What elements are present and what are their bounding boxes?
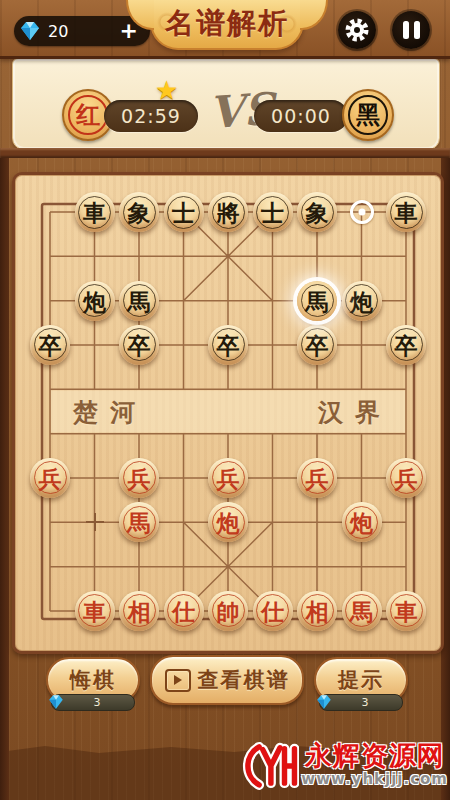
- piece-glyph: 將: [217, 200, 240, 224]
- piece-glyph: 帥: [217, 599, 240, 623]
- piece-glyph: 馬: [128, 289, 151, 313]
- piece-glyph: 相: [128, 599, 151, 623]
- piece-black[interactable]: 馬: [119, 281, 159, 321]
- piece-glyph: 炮: [350, 510, 373, 534]
- undo-count: 3: [94, 696, 101, 709]
- hint-count: 3: [362, 696, 369, 709]
- piece-glyph: 車: [395, 599, 418, 623]
- page-title: 名谱解析: [165, 4, 289, 44]
- pause-icon: [403, 21, 420, 39]
- piece-black[interactable]: 馬: [297, 281, 337, 321]
- gem-count: 20: [48, 22, 120, 41]
- top-bar: 20 + 名谱解析: [0, 0, 450, 59]
- piece-black[interactable]: 車: [386, 192, 426, 232]
- river-label-left: 楚河: [73, 396, 147, 429]
- piece-glyph: 兵: [39, 466, 62, 490]
- undo-label: 悔棋: [70, 666, 116, 694]
- piece-glyph: 卒: [217, 333, 240, 357]
- undo-button[interactable]: 悔棋 3: [46, 657, 140, 703]
- piece-glyph: 士: [261, 200, 284, 224]
- undo-count-badge: 3: [51, 694, 135, 711]
- red-timer: 02:59: [104, 100, 198, 132]
- piece-glyph: 馬: [350, 599, 373, 623]
- piece-red[interactable]: 炮: [342, 502, 382, 542]
- xiangqi-board[interactable]: 楚河 汉界 車象士將士象車炮馬馬炮卒卒卒卒卒兵兵兵兵兵馬炮炮車相仕帥仕相馬車: [12, 172, 444, 654]
- piece-glyph: 相: [306, 599, 329, 623]
- piece-glyph: 卒: [128, 333, 151, 357]
- piece-red[interactable]: 仕: [253, 591, 293, 631]
- piece-glyph: 車: [395, 200, 418, 224]
- piece-glyph: 兵: [395, 466, 418, 490]
- piece-glyph: 炮: [350, 289, 373, 313]
- gem-icon: [47, 693, 65, 711]
- piece-black[interactable]: 炮: [342, 281, 382, 321]
- black-timer: 00:00: [254, 100, 348, 132]
- river-label-right: 汉界: [318, 396, 392, 429]
- piece-red[interactable]: 兵: [30, 458, 70, 498]
- black-player-piece: 黑: [342, 89, 394, 141]
- piece-black[interactable]: 卒: [119, 325, 159, 365]
- view-record-label: 查看棋谱: [198, 666, 290, 694]
- piece-glyph: 兵: [306, 466, 329, 490]
- piece-red[interactable]: 相: [297, 591, 337, 631]
- pause-button[interactable]: [392, 11, 430, 49]
- piece-glyph: 車: [83, 200, 106, 224]
- piece-glyph: 炮: [83, 289, 106, 313]
- match-panel: 红 ★ 02:59 VS 00:00 黑: [12, 58, 440, 150]
- black-player-label: 黑: [356, 103, 380, 127]
- piece-glyph: 炮: [217, 510, 240, 534]
- yh-logo-icon: [241, 738, 299, 792]
- piece-red[interactable]: 兵: [208, 458, 248, 498]
- piece-glyph: 象: [306, 200, 329, 224]
- piece-glyph: 卒: [306, 333, 329, 357]
- move-origin-circle: [350, 200, 374, 224]
- piece-black[interactable]: 炮: [75, 281, 115, 321]
- piece-red[interactable]: 帥: [208, 591, 248, 631]
- piece-red[interactable]: 相: [119, 591, 159, 631]
- piece-glyph: 卒: [39, 333, 62, 357]
- piece-glyph: 馬: [306, 289, 329, 313]
- piece-black[interactable]: 車: [75, 192, 115, 232]
- piece-glyph: 兵: [128, 466, 151, 490]
- piece-glyph: 卒: [395, 333, 418, 357]
- left-edge: [0, 150, 9, 800]
- film-play-icon: [165, 669, 191, 692]
- hint-label: 提示: [338, 666, 384, 694]
- piece-glyph: 仕: [261, 599, 284, 623]
- gem-counter[interactable]: 20 +: [14, 16, 150, 46]
- divider-bar: [0, 148, 450, 158]
- app-root: 20 + 名谱解析 红 ★ 02:59 VS 00:00 黑: [0, 0, 450, 800]
- settings-button[interactable]: [338, 11, 376, 49]
- piece-glyph: 馬: [128, 510, 151, 534]
- gear-icon: [343, 16, 371, 44]
- watermark-site-name: 永辉资源网: [305, 742, 445, 770]
- red-player-label: 红: [76, 103, 100, 127]
- watermark-url: www.yhkjjj.com: [301, 770, 448, 788]
- point-cross: [86, 513, 104, 531]
- piece-glyph: 車: [83, 599, 106, 623]
- title-banner: 名谱解析: [150, 0, 304, 50]
- piece-glyph: 兵: [217, 466, 240, 490]
- piece-black[interactable]: 卒: [386, 325, 426, 365]
- piece-red[interactable]: 仕: [164, 591, 204, 631]
- piece-black[interactable]: 士: [253, 192, 293, 232]
- piece-red[interactable]: 馬: [342, 591, 382, 631]
- piece-red[interactable]: 兵: [297, 458, 337, 498]
- piece-glyph: 象: [128, 200, 151, 224]
- piece-red[interactable]: 兵: [386, 458, 426, 498]
- piece-black[interactable]: 象: [119, 192, 159, 232]
- piece-black[interactable]: 將: [208, 192, 248, 232]
- piece-black[interactable]: 卒: [297, 325, 337, 365]
- hint-button[interactable]: 提示 3: [314, 657, 408, 703]
- view-record-button[interactable]: 查看棋谱: [150, 655, 304, 705]
- piece-glyph: 士: [172, 200, 195, 224]
- gem-icon: [315, 693, 333, 711]
- piece-red[interactable]: 車: [75, 591, 115, 631]
- piece-red[interactable]: 兵: [119, 458, 159, 498]
- piece-black[interactable]: 卒: [208, 325, 248, 365]
- piece-black[interactable]: 士: [164, 192, 204, 232]
- hint-count-badge: 3: [319, 694, 403, 711]
- star-icon: ★: [155, 75, 178, 105]
- gem-icon: [18, 19, 42, 43]
- piece-black[interactable]: 卒: [30, 325, 70, 365]
- piece-red[interactable]: 車: [386, 591, 426, 631]
- piece-black[interactable]: 象: [297, 192, 337, 232]
- piece-glyph: 仕: [172, 599, 195, 623]
- watermark: 永辉资源网 www.yhkjjj.com: [241, 738, 448, 792]
